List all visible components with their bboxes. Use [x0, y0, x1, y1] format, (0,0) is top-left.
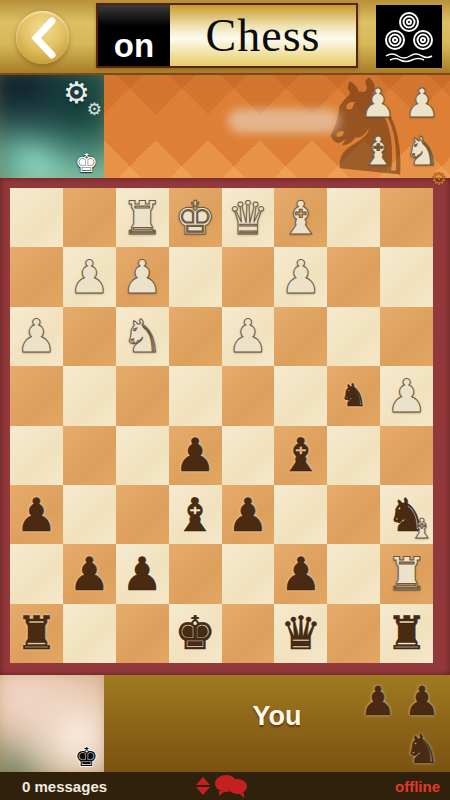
black-king-badge-icon: ♚	[75, 744, 98, 770]
spiral-emblem-icon	[376, 5, 442, 68]
messages-count-label[interactable]: 0 messages	[22, 778, 107, 795]
square-r2c1[interactable]	[10, 247, 63, 306]
square-r2c7[interactable]	[327, 247, 380, 306]
player-avatar[interactable]: ♚	[0, 675, 104, 772]
piece-black-p: ♟	[69, 551, 110, 597]
square-r1c1[interactable]	[10, 188, 63, 247]
square-r1c6[interactable]: ♝	[274, 188, 327, 247]
piece-white-b: ♝	[280, 195, 321, 241]
piece-white-p: ♟	[16, 313, 57, 359]
square-r3c7[interactable]	[327, 307, 380, 366]
piece-white-p: ♟	[122, 254, 163, 300]
square-r8c2[interactable]	[63, 604, 116, 663]
square-r6c8[interactable]: ♞♝	[380, 485, 433, 544]
square-r2c3[interactable]: ♟	[116, 247, 169, 306]
board-frame: ⚙ ♜♚♛♝♟♟♟♟♞♟♞♟♟♝♟♝♟♞♝♟♟♟♜♜♚♛♜	[0, 178, 450, 675]
piece-black-n: ♞	[386, 492, 427, 538]
square-r5c4[interactable]: ♟	[169, 426, 222, 485]
square-r2c8[interactable]	[380, 247, 433, 306]
square-r4c6[interactable]	[274, 366, 327, 425]
piece-black-p: ♟	[280, 551, 321, 597]
piece-white-p: ♟	[386, 373, 427, 419]
opponent-name-blurred	[228, 109, 340, 133]
captured-piece-white-p: ♟	[360, 83, 396, 123]
square-r6c6[interactable]	[274, 485, 327, 544]
square-r7c1[interactable]	[10, 544, 63, 603]
logo-on-text: on	[98, 5, 170, 66]
piece-white-n: ♞	[122, 313, 163, 359]
square-r7c8[interactable]: ♜	[380, 544, 433, 603]
player-name-label: You	[104, 701, 450, 732]
piece-black-k: ♚	[174, 610, 215, 656]
square-r2c2[interactable]: ♟	[63, 247, 116, 306]
square-r1c8[interactable]	[380, 188, 433, 247]
piece-black-b: ♝	[280, 432, 321, 478]
piece-black-b: ♝	[174, 492, 215, 538]
square-r3c8[interactable]	[380, 307, 433, 366]
square-r3c6[interactable]	[274, 307, 327, 366]
white-king-badge-icon: ♚	[75, 150, 98, 176]
square-r2c5[interactable]	[222, 247, 275, 306]
square-r3c4[interactable]	[169, 307, 222, 366]
board-settings-gear-icon[interactable]: ⚙	[431, 170, 447, 188]
piece-black-p: ♟	[122, 551, 163, 597]
piece-black-n: ♞	[340, 380, 368, 411]
piece-black-q: ♛	[280, 610, 321, 656]
square-r6c3[interactable]	[116, 485, 169, 544]
piece-white-p: ♟	[280, 254, 321, 300]
piece-white-p: ♟	[69, 254, 110, 300]
square-r3c5[interactable]: ♟	[222, 307, 275, 366]
piece-white-r: ♜	[386, 551, 427, 597]
square-r4c1[interactable]	[10, 366, 63, 425]
opponent-bar: ♞ ♟♟♝♞ ⚙ ⚙ ♚	[0, 75, 450, 178]
square-r8c5[interactable]	[222, 604, 275, 663]
square-r2c4[interactable]	[169, 247, 222, 306]
piece-white-b-mini: ♝	[410, 515, 434, 542]
square-r8c6[interactable]: ♛	[274, 604, 327, 663]
square-r5c8[interactable]	[380, 426, 433, 485]
square-r7c5[interactable]	[222, 544, 275, 603]
square-r8c7[interactable]	[327, 604, 380, 663]
square-r5c2[interactable]	[63, 426, 116, 485]
square-r3c3[interactable]: ♞	[116, 307, 169, 366]
piece-white-q: ♛	[227, 195, 268, 241]
square-r4c5[interactable]	[222, 366, 275, 425]
chat-bubbles-icon[interactable]	[215, 775, 249, 797]
square-r3c2[interactable]	[63, 307, 116, 366]
piece-white-r: ♜	[122, 195, 163, 241]
square-r5c7[interactable]	[327, 426, 380, 485]
square-r1c4[interactable]: ♚	[169, 188, 222, 247]
square-r6c2[interactable]	[63, 485, 116, 544]
square-r8c4[interactable]: ♚	[169, 604, 222, 663]
captured-piece-white-b: ♝	[360, 131, 396, 171]
square-r6c7[interactable]	[327, 485, 380, 544]
square-r5c6[interactable]: ♝	[274, 426, 327, 485]
square-r7c4[interactable]	[169, 544, 222, 603]
square-r6c4[interactable]: ♝	[169, 485, 222, 544]
square-r8c1[interactable]: ♜	[10, 604, 63, 663]
chess-board: ♜♚♛♝♟♟♟♟♞♟♞♟♟♝♟♝♟♞♝♟♟♟♜♜♚♛♜	[10, 188, 433, 663]
square-r5c5[interactable]	[222, 426, 275, 485]
opponent-avatar[interactable]: ⚙ ⚙ ♚	[0, 75, 104, 178]
piece-white-k: ♚	[174, 195, 215, 241]
square-r7c6[interactable]: ♟	[274, 544, 327, 603]
square-r4c2[interactable]	[63, 366, 116, 425]
sort-arrows-icon[interactable]	[196, 777, 210, 795]
opponent-captured-tray: ♟♟♝♞	[356, 79, 444, 175]
chat-controls[interactable]	[196, 775, 249, 797]
back-button[interactable]	[16, 11, 69, 64]
status-bar: 0 messages offline	[0, 772, 450, 800]
square-r6c5[interactable]: ♟	[222, 485, 275, 544]
player-bar: ♟♟♞ ♚ You	[0, 675, 450, 772]
square-r4c7[interactable]: ♞	[327, 366, 380, 425]
square-r5c3[interactable]	[116, 426, 169, 485]
square-r4c8[interactable]: ♟	[380, 366, 433, 425]
chess-app-screen: on Chess ♞ ♟♟♝♞ ⚙ ⚙ ♚	[0, 0, 450, 800]
piece-black-r: ♜	[386, 610, 427, 656]
onchess-logo: on Chess	[96, 3, 358, 68]
piece-black-p: ♟	[227, 492, 268, 538]
app-bar: on Chess	[0, 0, 450, 75]
square-r8c8[interactable]: ♜	[380, 604, 433, 663]
square-r7c2[interactable]: ♟	[63, 544, 116, 603]
square-r4c3[interactable]	[116, 366, 169, 425]
piece-white-p: ♟	[227, 313, 268, 359]
piece-black-p: ♟	[174, 432, 215, 478]
square-r1c7[interactable]	[327, 188, 380, 247]
square-r4c4[interactable]	[169, 366, 222, 425]
square-r6c1[interactable]: ♟	[10, 485, 63, 544]
captured-piece-white-p: ♟	[404, 83, 440, 123]
piece-black-r: ♜	[16, 610, 57, 656]
square-r8c3[interactable]	[116, 604, 169, 663]
square-r1c2[interactable]	[63, 188, 116, 247]
captured-piece-black-n: ♞	[404, 729, 440, 769]
logo-chess-text: Chess	[170, 5, 356, 66]
gear-small-icon[interactable]: ⚙	[87, 101, 102, 118]
connection-status-label: offline	[395, 778, 440, 795]
square-r2c6[interactable]: ♟	[274, 247, 327, 306]
piece-black-p: ♟	[16, 492, 57, 538]
chevron-left-icon	[28, 17, 58, 59]
square-r3c1[interactable]: ♟	[10, 307, 63, 366]
square-r5c1[interactable]	[10, 426, 63, 485]
square-r7c7[interactable]	[327, 544, 380, 603]
square-r1c5[interactable]: ♛	[222, 188, 275, 247]
square-r1c3[interactable]: ♜	[116, 188, 169, 247]
square-r7c3[interactable]: ♟	[116, 544, 169, 603]
captured-piece-white-n: ♞	[404, 131, 440, 171]
